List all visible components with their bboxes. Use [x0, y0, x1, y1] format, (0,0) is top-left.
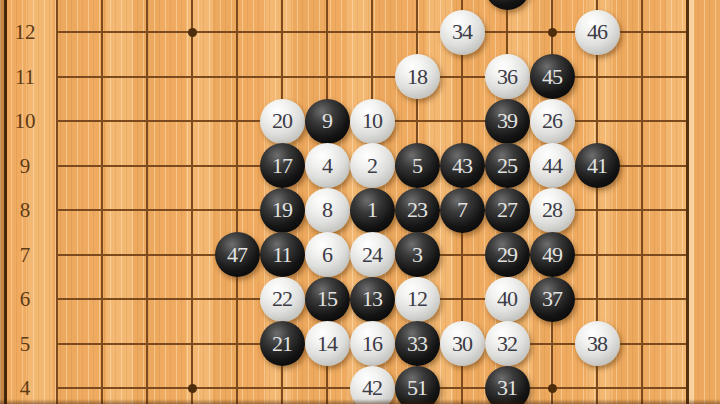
stone-black-13: 13 — [350, 277, 395, 322]
stone-black-45: 45 — [530, 54, 575, 99]
stone-white-38: 38 — [575, 321, 620, 366]
stone-black-39: 39 — [485, 99, 530, 144]
stone-white-4: 4 — [305, 143, 350, 188]
board-right-edge-highlight — [689, 0, 694, 404]
stone-black-21: 21 — [260, 321, 305, 366]
stone-black-9: 9 — [305, 99, 350, 144]
stone-black-37: 37 — [530, 277, 575, 322]
row-label-9: 9 — [3, 156, 47, 177]
stone-black-25: 25 — [485, 143, 530, 188]
board-bottom-shade — [0, 399, 720, 404]
stone-white-30: 30 — [440, 321, 485, 366]
stone-white-24: 24 — [350, 232, 395, 277]
stone-black-49: 49 — [530, 232, 575, 277]
stone-white-2: 2 — [350, 143, 395, 188]
stone-black-23: 23 — [395, 188, 440, 233]
grid-vline-3 — [146, 0, 148, 404]
grid-vline-1 — [56, 0, 58, 404]
row-label-10: 10 — [3, 111, 47, 132]
stone-black-15: 15 — [305, 277, 350, 322]
star-point — [548, 384, 557, 393]
row-label-5: 5 — [3, 334, 47, 355]
grid-vline-5 — [236, 0, 238, 404]
stone-white-18: 18 — [395, 54, 440, 99]
star-point — [188, 28, 197, 37]
stone-black-29: 29 — [485, 232, 530, 277]
stone-white-16: 16 — [350, 321, 395, 366]
stone-black-33: 33 — [395, 321, 440, 366]
stone-black-unnumbered — [485, 0, 530, 10]
stone-white-26: 26 — [530, 99, 575, 144]
stone-black-47: 47 — [215, 232, 260, 277]
stone-white-10: 10 — [350, 99, 395, 144]
stone-white-46: 46 — [575, 10, 620, 55]
row-label-4: 4 — [3, 378, 47, 399]
stone-white-14: 14 — [305, 321, 350, 366]
stone-black-27: 27 — [485, 188, 530, 233]
stone-white-28: 28 — [530, 188, 575, 233]
stone-black-7: 7 — [440, 188, 485, 233]
grid-vline-14 — [641, 0, 643, 404]
star-point — [548, 28, 557, 37]
stone-white-12: 12 — [395, 277, 440, 322]
row-label-11: 11 — [3, 67, 47, 88]
go-board[interactable]: 121110987654 344618364520910392617425432… — [0, 0, 720, 404]
stone-white-34: 34 — [440, 10, 485, 55]
stone-black-11: 11 — [260, 232, 305, 277]
stone-black-19: 19 — [260, 188, 305, 233]
stone-white-6: 6 — [305, 232, 350, 277]
stone-white-36: 36 — [485, 54, 530, 99]
row-label-6: 6 — [3, 289, 47, 310]
row-label-7: 7 — [3, 245, 47, 266]
star-point — [188, 384, 197, 393]
stone-black-17: 17 — [260, 143, 305, 188]
stone-black-41: 41 — [575, 143, 620, 188]
stone-white-20: 20 — [260, 99, 305, 144]
stone-black-1: 1 — [350, 188, 395, 233]
stone-white-40: 40 — [485, 277, 530, 322]
board-left-edge — [4, 0, 7, 404]
stone-white-8: 8 — [305, 188, 350, 233]
stone-black-5: 5 — [395, 143, 440, 188]
stone-white-44: 44 — [530, 143, 575, 188]
grid-vline-4 — [191, 0, 193, 404]
stone-white-22: 22 — [260, 277, 305, 322]
row-label-8: 8 — [3, 200, 47, 221]
stone-black-3: 3 — [395, 232, 440, 277]
row-label-12: 12 — [3, 22, 47, 43]
stone-black-43: 43 — [440, 143, 485, 188]
grid-vline-2 — [101, 0, 103, 404]
stone-white-32: 32 — [485, 321, 530, 366]
